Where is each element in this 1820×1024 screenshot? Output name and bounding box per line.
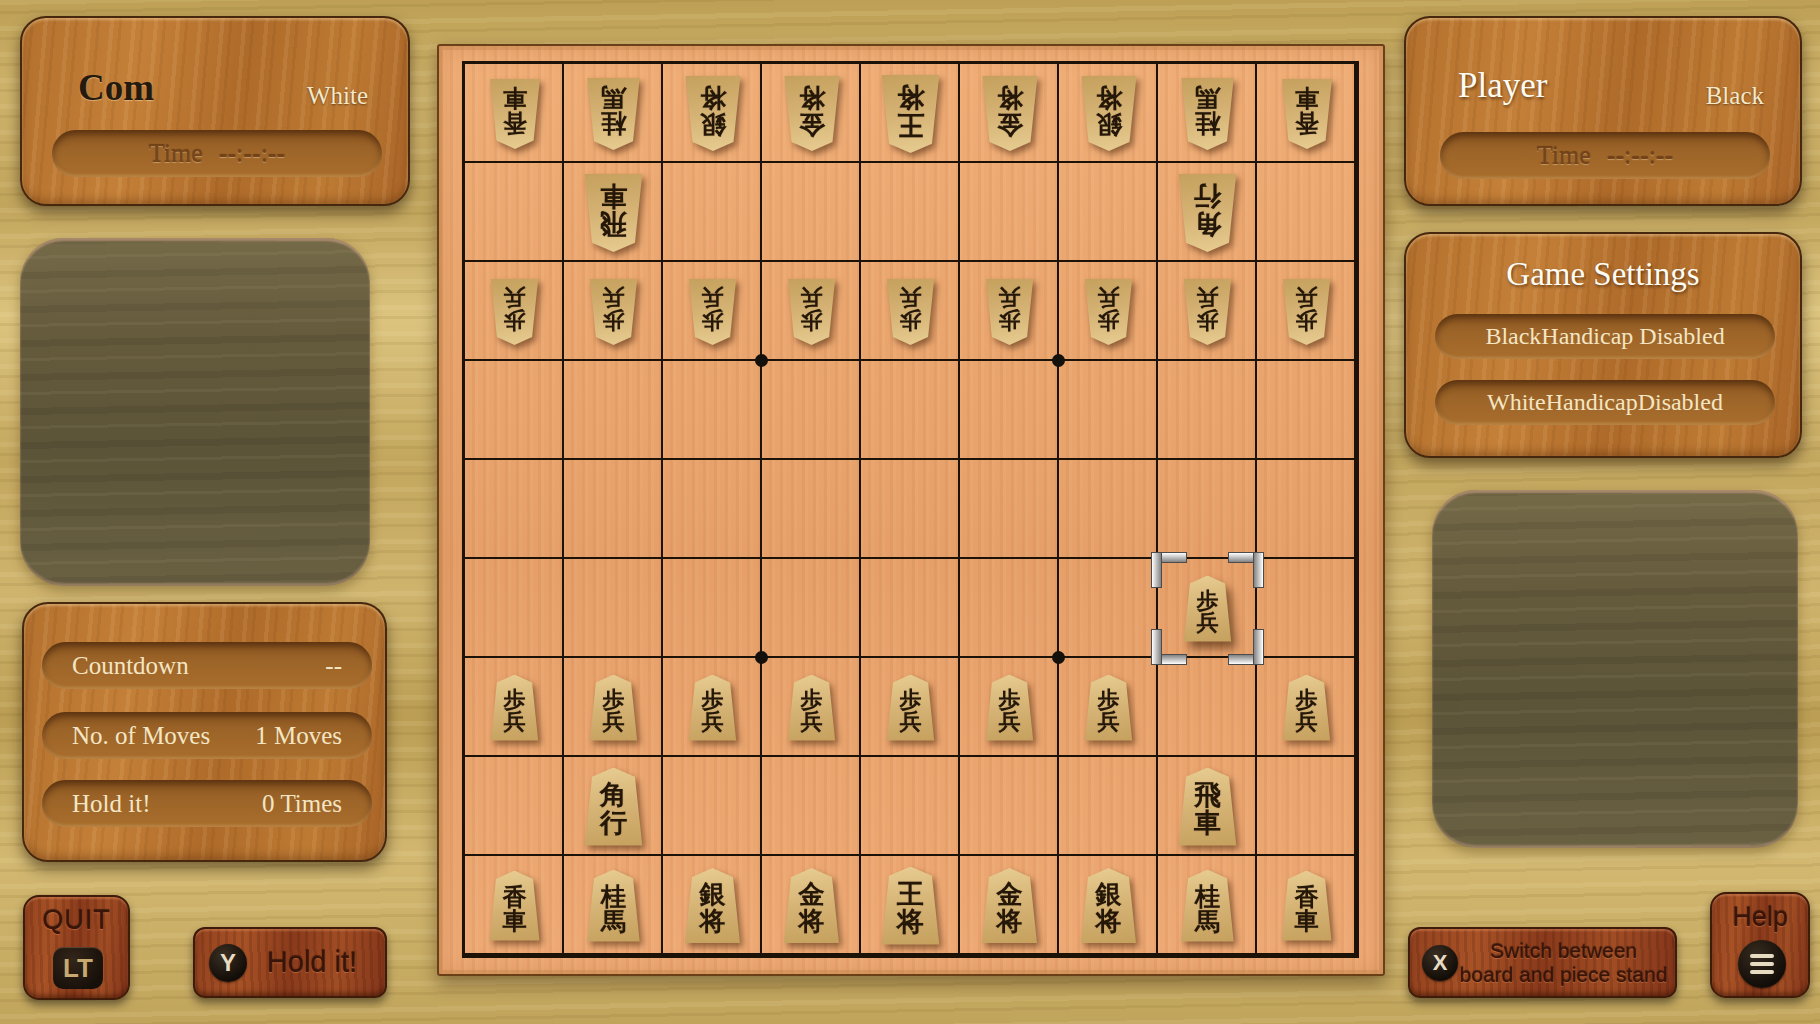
cell-5c[interactable]: 歩兵 <box>861 262 960 361</box>
piece-black-pawn-7g[interactable]: 歩兵 <box>685 675 740 741</box>
piece-black-pawn-3g[interactable]: 歩兵 <box>1081 675 1136 741</box>
quit-button[interactable]: QUIT LT <box>23 895 130 1000</box>
board-grid: 香車桂馬銀将金将王将金将銀将桂馬香車飛車角行歩兵歩兵歩兵歩兵歩兵歩兵歩兵歩兵歩兵… <box>465 64 1356 955</box>
hold-it-button[interactable]: Y Hold it! <box>193 927 387 998</box>
cell-8d[interactable] <box>564 361 663 460</box>
cell-8i[interactable]: 桂馬 <box>564 856 663 955</box>
cell-1d[interactable] <box>1257 361 1356 460</box>
cell-1b[interactable] <box>1257 163 1356 262</box>
star-point <box>755 354 768 367</box>
piece-white-pawn-4c[interactable]: 歩兵 <box>982 279 1037 345</box>
cell-3e[interactable] <box>1059 460 1158 559</box>
piece-black-gold-4i[interactable]: 金将 <box>978 868 1042 943</box>
cell-8c[interactable]: 歩兵 <box>564 262 663 361</box>
switch-board-button[interactable]: X Switch between board and piece stand <box>1408 927 1677 998</box>
cell-4d[interactable] <box>960 361 1059 460</box>
cell-2g[interactable] <box>1158 658 1257 757</box>
piece-white-gold-4a[interactable]: 金将 <box>978 76 1042 151</box>
cell-2d[interactable] <box>1158 361 1257 460</box>
piece-black-gold-6i[interactable]: 金将 <box>780 868 844 943</box>
cell-2f[interactable]: 歩兵 <box>1158 559 1257 658</box>
cell-4i[interactable]: 金将 <box>960 856 1059 955</box>
y-key-icon: Y <box>209 944 247 982</box>
human-player-name: Player <box>1458 66 1547 106</box>
lt-key-icon: LT <box>53 947 103 989</box>
piece-white-pawn-7c[interactable]: 歩兵 <box>685 279 740 345</box>
countdown-value: -- <box>325 652 342 680</box>
cell-7a[interactable]: 銀将 <box>663 64 762 163</box>
cell-1c[interactable]: 歩兵 <box>1257 262 1356 361</box>
cell-7d[interactable] <box>663 361 762 460</box>
piece-white-silver-3a[interactable]: 銀将 <box>1077 76 1141 151</box>
cell-3i[interactable]: 銀将 <box>1059 856 1158 955</box>
cell-3f[interactable] <box>1059 559 1158 658</box>
human-player-panel: Player Black Time --:--:-- <box>1404 16 1802 206</box>
shogi-game-screen: Com White Time --:--:-- Player Black Tim… <box>0 0 1820 1024</box>
piece-white-pawn-8c[interactable]: 歩兵 <box>586 279 641 345</box>
cell-1i[interactable]: 香車 <box>1257 856 1356 955</box>
cell-6b[interactable] <box>762 163 861 262</box>
cell-3d[interactable] <box>1059 361 1158 460</box>
cell-2i[interactable]: 桂馬 <box>1158 856 1257 955</box>
cell-7h[interactable] <box>663 757 762 856</box>
cell-5g[interactable]: 歩兵 <box>861 658 960 757</box>
cell-7b[interactable] <box>663 163 762 262</box>
piece-white-pawn-9c[interactable]: 歩兵 <box>487 279 542 345</box>
piece-white-pawn-2c[interactable]: 歩兵 <box>1180 279 1235 345</box>
black-handicap-setting[interactable]: BlackHandicap Disabled <box>1435 314 1775 359</box>
piece-white-lance-1a[interactable]: 香車 <box>1278 79 1336 149</box>
hold-it-label: Hold it! <box>247 946 385 979</box>
cell-3g[interactable]: 歩兵 <box>1059 658 1158 757</box>
cell-1f[interactable] <box>1257 559 1356 658</box>
cell-9g[interactable]: 歩兵 <box>465 658 564 757</box>
cell-4h[interactable] <box>960 757 1059 856</box>
piece-black-silver-3i[interactable]: 銀将 <box>1077 868 1141 943</box>
piece-white-knight-8a[interactable]: 桂馬 <box>583 78 644 150</box>
cell-6i[interactable]: 金将 <box>762 856 861 955</box>
cell-4a[interactable]: 金将 <box>960 64 1059 163</box>
cell-8e[interactable] <box>564 460 663 559</box>
piece-white-pawn-6c[interactable]: 歩兵 <box>784 279 839 345</box>
com-player-panel: Com White Time --:--:-- <box>20 16 410 206</box>
cell-4c[interactable]: 歩兵 <box>960 262 1059 361</box>
star-point <box>1052 651 1065 664</box>
com-player-side: White <box>307 82 368 110</box>
cell-1a[interactable]: 香車 <box>1257 64 1356 163</box>
cell-7c[interactable]: 歩兵 <box>663 262 762 361</box>
cell-3c[interactable]: 歩兵 <box>1059 262 1158 361</box>
cell-9h[interactable] <box>465 757 564 856</box>
piece-white-silver-7a[interactable]: 銀将 <box>681 76 745 151</box>
piece-white-king-5a[interactable]: 王将 <box>877 75 944 153</box>
piece-black-pawn-1g[interactable]: 歩兵 <box>1279 675 1334 741</box>
cell-1g[interactable]: 歩兵 <box>1257 658 1356 757</box>
cell-8a[interactable]: 桂馬 <box>564 64 663 163</box>
cell-5d[interactable] <box>861 361 960 460</box>
black-piece-stand[interactable] <box>1432 490 1798 848</box>
white-handicap-setting[interactable]: WhiteHandicapDisabled <box>1435 380 1775 425</box>
com-player-name: Com <box>78 66 154 109</box>
piece-black-rook-2h[interactable]: 飛車 <box>1174 768 1241 846</box>
menu-icon <box>1738 940 1786 988</box>
piece-black-silver-7i[interactable]: 銀将 <box>681 868 745 943</box>
cell-4e[interactable] <box>960 460 1059 559</box>
cell-9c[interactable]: 歩兵 <box>465 262 564 361</box>
cell-7i[interactable]: 銀将 <box>663 856 762 955</box>
star-point <box>1052 354 1065 367</box>
cell-5h[interactable] <box>861 757 960 856</box>
move-count-value: 1 Moves <box>255 722 342 750</box>
cell-6e[interactable] <box>762 460 861 559</box>
shogi-board[interactable]: 香車桂馬銀将金将王将金将銀将桂馬香車飛車角行歩兵歩兵歩兵歩兵歩兵歩兵歩兵歩兵歩兵… <box>437 44 1385 976</box>
piece-white-pawn-3c[interactable]: 歩兵 <box>1081 279 1136 345</box>
cell-3a[interactable]: 銀将 <box>1059 64 1158 163</box>
cell-9f[interactable] <box>465 559 564 658</box>
switch-label-line1: Switch between <box>1458 939 1669 962</box>
piece-white-pawn-1c[interactable]: 歩兵 <box>1279 279 1334 345</box>
white-handicap-label: WhiteHandicapDisabled <box>1435 389 1775 416</box>
cell-2h[interactable]: 飛車 <box>1158 757 1257 856</box>
countdown-display: Countdown -- <box>42 642 372 689</box>
piece-white-gold-6a[interactable]: 金将 <box>780 76 844 151</box>
switch-board-label: Switch between board and piece stand <box>1458 939 1675 985</box>
piece-white-pawn-5c[interactable]: 歩兵 <box>883 279 938 345</box>
cell-5b[interactable] <box>861 163 960 262</box>
cell-5f[interactable] <box>861 559 960 658</box>
cell-2b[interactable]: 角行 <box>1158 163 1257 262</box>
cell-2c[interactable]: 歩兵 <box>1158 262 1257 361</box>
hold-count-label: Hold it! <box>72 790 150 818</box>
cell-4f[interactable] <box>960 559 1059 658</box>
cell-6g[interactable]: 歩兵 <box>762 658 861 757</box>
com-time-label: Time <box>149 139 203 169</box>
cell-8f[interactable] <box>564 559 663 658</box>
black-handicap-label: BlackHandicap Disabled <box>1435 323 1775 350</box>
piece-black-pawn-5g[interactable]: 歩兵 <box>883 675 938 741</box>
cell-1h[interactable] <box>1257 757 1356 856</box>
game-settings-panel: Game Settings BlackHandicap Disabled Whi… <box>1404 232 1802 458</box>
piece-black-pawn-9g[interactable]: 歩兵 <box>487 675 542 741</box>
piece-white-lance-9a[interactable]: 香車 <box>486 79 544 149</box>
piece-black-pawn-8g[interactable]: 歩兵 <box>586 675 641 741</box>
human-player-side: Black <box>1706 82 1764 110</box>
hold-count-display: Hold it! 0 Times <box>42 780 372 827</box>
cell-9b[interactable] <box>465 163 564 262</box>
cell-9a[interactable]: 香車 <box>465 64 564 163</box>
cell-2a[interactable]: 桂馬 <box>1158 64 1257 163</box>
cell-2e[interactable] <box>1158 460 1257 559</box>
piece-black-king-5i[interactable]: 王将 <box>877 867 944 945</box>
com-time-display: Time --:--:-- <box>52 130 382 177</box>
cell-1e[interactable] <box>1257 460 1356 559</box>
cell-5a[interactable]: 王将 <box>861 64 960 163</box>
cell-7f[interactable] <box>663 559 762 658</box>
piece-black-lance-9i[interactable]: 香車 <box>486 871 544 941</box>
x-key-icon: X <box>1422 945 1458 981</box>
piece-black-knight-8i[interactable]: 桂馬 <box>583 870 644 942</box>
white-piece-stand[interactable] <box>20 238 370 586</box>
cell-9i[interactable]: 香車 <box>465 856 564 955</box>
piece-white-rook-8b[interactable]: 飛車 <box>580 174 647 252</box>
piece-black-knight-2i[interactable]: 桂馬 <box>1177 870 1238 942</box>
cell-9d[interactable] <box>465 361 564 460</box>
cell-5i[interactable]: 王将 <box>861 856 960 955</box>
cell-8b[interactable]: 飛車 <box>564 163 663 262</box>
quit-label: QUIT <box>25 905 128 936</box>
game-settings-title: Game Settings <box>1406 256 1800 293</box>
player-time-value: --:--:-- <box>1607 141 1673 171</box>
piece-black-lance-1i[interactable]: 香車 <box>1278 871 1336 941</box>
countdown-label: Countdown <box>72 652 189 680</box>
player-time-label: Time <box>1537 141 1591 171</box>
player-time-display: Time --:--:-- <box>1440 132 1770 179</box>
cell-7g[interactable]: 歩兵 <box>663 658 762 757</box>
cell-4g[interactable]: 歩兵 <box>960 658 1059 757</box>
cell-7e[interactable] <box>663 460 762 559</box>
cell-6a[interactable]: 金将 <box>762 64 861 163</box>
switch-label-line2: board and piece stand <box>1458 963 1669 986</box>
piece-white-knight-2a[interactable]: 桂馬 <box>1177 78 1238 150</box>
piece-black-bishop-8h[interactable]: 角行 <box>580 768 647 846</box>
com-time-value: --:--:-- <box>219 139 285 169</box>
cell-6c[interactable]: 歩兵 <box>762 262 861 361</box>
piece-black-pawn-4g[interactable]: 歩兵 <box>982 675 1037 741</box>
piece-black-pawn-2f[interactable]: 歩兵 <box>1180 576 1235 642</box>
piece-black-pawn-6g[interactable]: 歩兵 <box>784 675 839 741</box>
piece-white-bishop-2b[interactable]: 角行 <box>1174 174 1241 252</box>
cell-8g[interactable]: 歩兵 <box>564 658 663 757</box>
move-count-label: No. of Moves <box>72 722 210 750</box>
move-count-display: No. of Moves 1 Moves <box>42 712 372 759</box>
cell-6h[interactable] <box>762 757 861 856</box>
help-label: Help <box>1712 902 1808 933</box>
help-button[interactable]: Help <box>1710 892 1810 998</box>
cell-3b[interactable] <box>1059 163 1158 262</box>
cell-4b[interactable] <box>960 163 1059 262</box>
cell-9e[interactable] <box>465 460 564 559</box>
hold-count-value: 0 Times <box>262 790 342 818</box>
cell-6d[interactable] <box>762 361 861 460</box>
cell-6f[interactable] <box>762 559 861 658</box>
cell-8h[interactable]: 角行 <box>564 757 663 856</box>
game-stats-panel: Countdown -- No. of Moves 1 Moves Hold i… <box>22 602 387 862</box>
cell-3h[interactable] <box>1059 757 1158 856</box>
star-point <box>755 651 768 664</box>
cell-5e[interactable] <box>861 460 960 559</box>
